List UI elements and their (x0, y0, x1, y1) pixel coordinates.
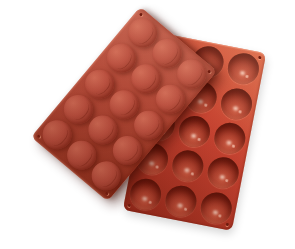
cavity-hollow (225, 51, 261, 87)
cavity-hollow (128, 176, 164, 212)
cavity-hollow (205, 155, 241, 191)
cavity-hollow (198, 190, 234, 226)
photo-stage (0, 0, 295, 249)
cavity-hollow (211, 120, 247, 156)
cavity-hollow (176, 113, 212, 149)
cavity-hollow (163, 183, 199, 219)
cavity-hollow (170, 148, 206, 184)
cavity-hollow (218, 85, 254, 121)
mold-cell (195, 187, 237, 229)
